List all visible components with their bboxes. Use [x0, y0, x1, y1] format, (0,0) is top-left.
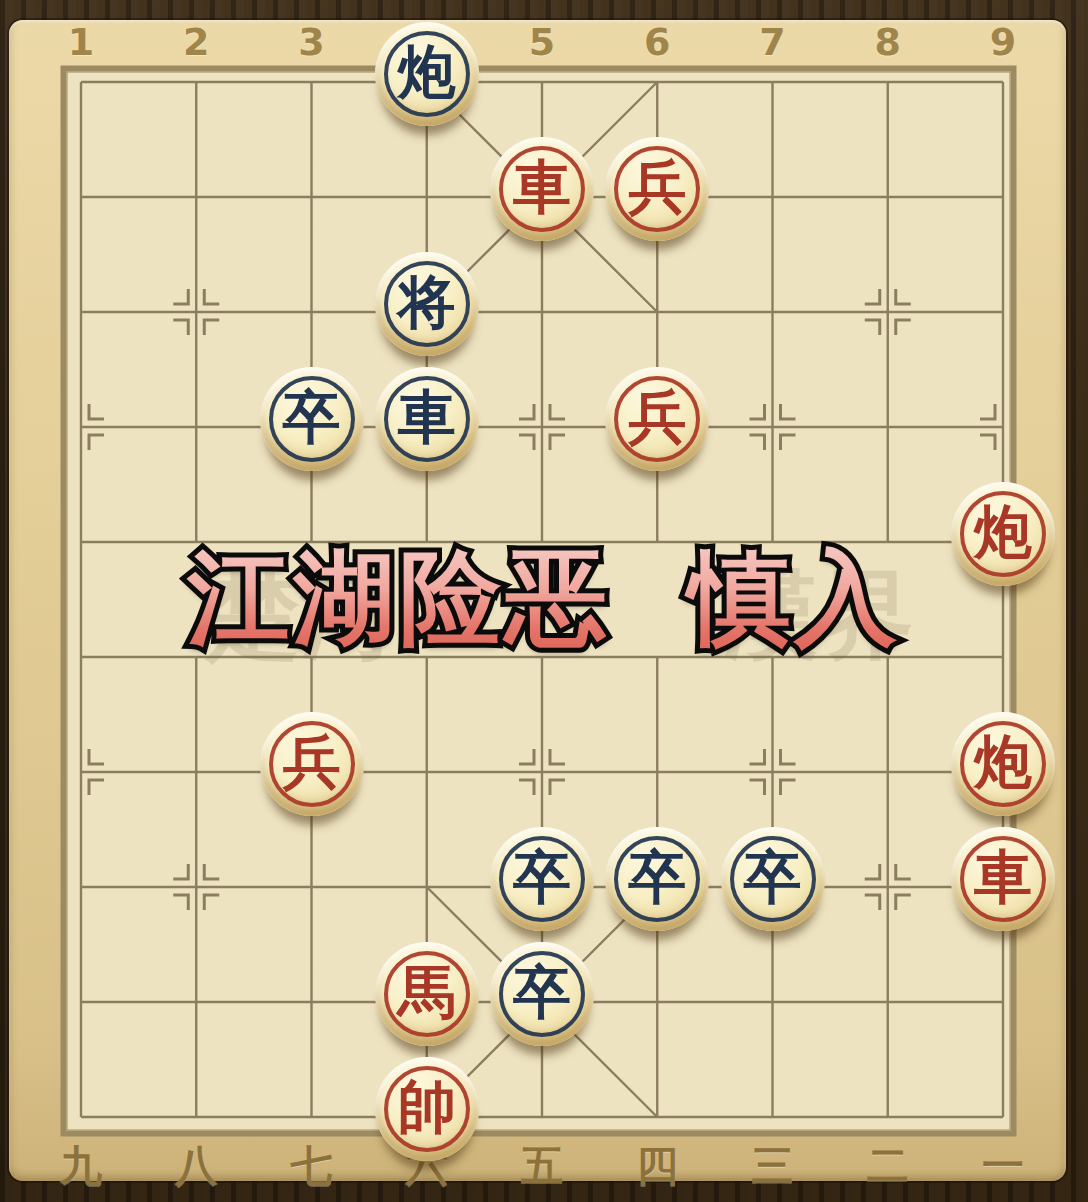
piece-glyph: 卒 [744, 848, 802, 906]
black-piece-卒-file3-rank4[interactable]: 卒 [260, 367, 364, 471]
red-piece-馬-file4-rank9[interactable]: 馬 [375, 942, 479, 1046]
red-piece-兵-file6-rank2[interactable]: 兵 [605, 137, 709, 241]
file-label-bottom-五: 五 [497, 1138, 587, 1194]
piece-glyph: 将 [398, 273, 456, 331]
file-label-bottom-七: 七 [267, 1138, 357, 1194]
file-label-bottom-三: 三 [728, 1138, 818, 1194]
piece-glyph: 卒 [513, 963, 571, 1021]
piece-glyph: 卒 [628, 848, 686, 906]
piece-glyph: 兵 [628, 158, 686, 216]
file-label-top-1: 1 [36, 20, 126, 64]
file-label-top-6: 6 [612, 20, 702, 64]
piece-glyph: 卒 [283, 388, 341, 446]
file-label-top-8: 8 [843, 20, 933, 64]
red-piece-車-file9-rank8[interactable]: 車 [951, 827, 1055, 931]
piece-glyph: 馬 [398, 963, 456, 1021]
file-label-top-7: 7 [728, 20, 818, 64]
red-piece-帥-file4-rank10[interactable]: 帥 [375, 1057, 479, 1161]
piece-glyph: 車 [513, 158, 571, 216]
file-label-bottom-二: 二 [843, 1138, 933, 1194]
red-piece-兵-file3-rank7[interactable]: 兵 [260, 712, 364, 816]
red-piece-車-file5-rank2[interactable]: 車 [490, 137, 594, 241]
river-text-left: 楚河 [203, 559, 396, 671]
red-piece-兵-file6-rank4[interactable]: 兵 [605, 367, 709, 471]
piece-glyph: 車 [398, 388, 456, 446]
file-label-bottom-一: 一 [958, 1138, 1048, 1194]
file-label-top-9: 9 [958, 20, 1048, 64]
piece-glyph: 車 [974, 848, 1032, 906]
xiangqi-app: 楚河漢界 123456789 九八七六五四三二一 炮車兵将卒車兵炮兵炮卒卒卒車馬… [0, 0, 1088, 1202]
file-label-bottom-四: 四 [612, 1138, 702, 1194]
piece-glyph: 帥 [398, 1078, 456, 1136]
file-label-top-2: 2 [151, 20, 241, 64]
black-piece-車-file4-rank4[interactable]: 車 [375, 367, 479, 471]
file-label-top-5: 5 [497, 20, 587, 64]
black-piece-卒-file7-rank8[interactable]: 卒 [721, 827, 825, 931]
black-piece-卒-file5-rank9[interactable]: 卒 [490, 942, 594, 1046]
piece-glyph: 炮 [974, 503, 1032, 561]
black-piece-卒-file5-rank8[interactable]: 卒 [490, 827, 594, 931]
red-piece-炮-file9-rank7[interactable]: 炮 [951, 712, 1055, 816]
file-label-bottom-九: 九 [36, 1138, 126, 1194]
piece-glyph: 炮 [398, 43, 456, 101]
piece-glyph: 兵 [628, 388, 686, 446]
river-text-right: 漢界 [721, 559, 914, 671]
black-piece-将-file4-rank3[interactable]: 将 [375, 252, 479, 356]
piece-glyph: 炮 [974, 733, 1032, 791]
file-label-bottom-八: 八 [151, 1138, 241, 1194]
red-piece-炮-file9-rank5[interactable]: 炮 [951, 482, 1055, 586]
black-piece-卒-file6-rank8[interactable]: 卒 [605, 827, 709, 931]
piece-glyph: 兵 [283, 733, 341, 791]
file-label-top-3: 3 [267, 20, 357, 64]
piece-glyph: 卒 [513, 848, 571, 906]
black-piece-炮-file4-rank1[interactable]: 炮 [375, 22, 479, 126]
